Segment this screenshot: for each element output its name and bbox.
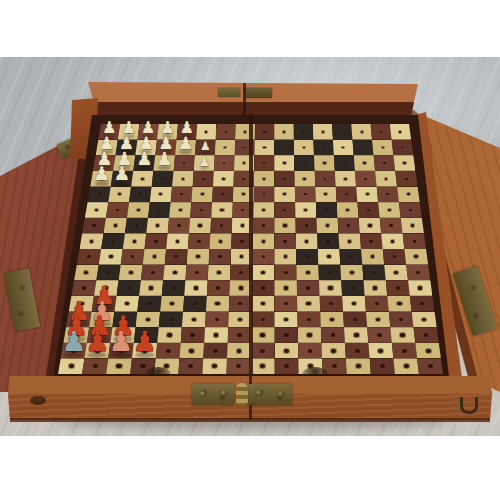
square-r2c13[interactable] — [333, 140, 354, 156]
square-r5c15[interactable] — [377, 187, 399, 203]
board-fold-seam — [249, 114, 253, 386]
square-r9c3[interactable] — [121, 249, 145, 265]
square-r11c12[interactable] — [319, 280, 342, 296]
square-r9c11[interactable] — [296, 249, 318, 265]
square-r1c14[interactable] — [351, 124, 372, 140]
peg-hole — [263, 147, 265, 149]
square-r5c6[interactable] — [191, 187, 213, 203]
square-r8c2[interactable] — [101, 233, 125, 249]
peg-hole — [261, 286, 265, 289]
square-r13c6[interactable] — [182, 312, 206, 328]
square-r8c16[interactable] — [403, 233, 426, 249]
white-peg-r4c1[interactable]: ♟ — [92, 165, 111, 184]
square-r16c1[interactable] — [58, 358, 84, 374]
peg-hole — [378, 349, 383, 353]
square-r11c16[interactable] — [408, 280, 432, 296]
square-r14c9[interactable] — [251, 327, 274, 343]
peg-hole — [196, 255, 200, 258]
peg-hole — [193, 302, 197, 305]
square-r14c16[interactable] — [413, 327, 438, 343]
peg-hole — [341, 131, 343, 133]
square-r8c15[interactable] — [381, 233, 404, 249]
square-r7c12[interactable] — [316, 218, 338, 234]
peg-hole — [260, 349, 265, 353]
brass-hinge-front-left-plate-icon — [192, 384, 234, 405]
brass-hinge-knuckle-icon — [236, 383, 248, 406]
peg-hole — [405, 178, 408, 180]
square-r1c16[interactable] — [390, 124, 411, 140]
square-r16c13[interactable] — [346, 358, 371, 374]
square-r6c9[interactable] — [253, 202, 274, 218]
square-r2c10[interactable] — [274, 140, 294, 156]
square-r8c10[interactable] — [274, 233, 296, 249]
square-r9c1[interactable] — [77, 249, 101, 265]
square-r9c6[interactable] — [187, 249, 210, 265]
square-r3c12[interactable] — [314, 155, 335, 171]
peg-hole — [225, 131, 227, 133]
square-r15c14[interactable] — [368, 343, 393, 359]
peg-hole — [380, 131, 382, 133]
peg-hole — [388, 209, 391, 211]
square-r12c13[interactable] — [342, 296, 366, 312]
square-r7c4[interactable] — [146, 218, 169, 234]
peg-hole — [220, 224, 223, 227]
square-r6c13[interactable] — [337, 202, 359, 218]
square-r4c6[interactable] — [193, 171, 214, 187]
square-r3c15[interactable] — [374, 155, 396, 171]
peg-hole — [283, 240, 287, 243]
square-r3c16[interactable] — [393, 155, 415, 171]
square-r6c6[interactable] — [190, 202, 212, 218]
white-small-peg-r2c6[interactable]: ♟ — [199, 141, 211, 153]
square-r11c6[interactable] — [184, 280, 207, 296]
square-r9c14[interactable] — [361, 249, 384, 265]
square-r7c11[interactable] — [295, 218, 317, 234]
square-r14c6[interactable] — [181, 327, 205, 343]
square-r8c1[interactable] — [80, 233, 104, 249]
square-r11c10[interactable] — [274, 280, 297, 296]
square-r5c16[interactable] — [397, 187, 420, 203]
square-r7c14[interactable] — [359, 218, 382, 234]
peg-hole — [326, 240, 330, 243]
square-r9c5[interactable] — [165, 249, 188, 265]
square-r10c12[interactable] — [318, 265, 341, 281]
square-r16c7[interactable] — [202, 358, 227, 374]
peg-hole — [377, 333, 382, 337]
square-r15c10[interactable] — [275, 343, 299, 359]
peg-hole — [111, 240, 115, 243]
square-r16c14[interactable] — [370, 358, 395, 374]
square-r9c2[interactable] — [99, 249, 123, 265]
square-r10c1[interactable] — [74, 265, 99, 281]
square-r13c13[interactable] — [343, 312, 367, 328]
peg-hole — [139, 193, 142, 195]
square-r2c14[interactable] — [352, 140, 373, 156]
square-r10c2[interactable] — [96, 265, 120, 281]
square-r15c7[interactable] — [203, 343, 227, 359]
square-r13c15[interactable] — [389, 312, 414, 328]
white-peg-r3c3[interactable]: ♟ — [135, 150, 153, 168]
square-r4c10[interactable] — [274, 171, 294, 187]
square-r8c9[interactable] — [253, 233, 275, 249]
square-r4c5[interactable] — [172, 171, 194, 187]
peg-hole — [170, 302, 174, 305]
square-r11c3[interactable] — [117, 280, 141, 296]
peg-hole — [418, 286, 422, 289]
square-r8c13[interactable] — [338, 233, 361, 249]
square-r4c3[interactable] — [131, 171, 153, 187]
square-r7c1[interactable] — [82, 218, 106, 234]
square-r4c4[interactable] — [152, 171, 174, 187]
square-r6c2[interactable] — [106, 202, 129, 218]
square-r5c13[interactable] — [336, 187, 358, 203]
peg-hole — [284, 302, 288, 305]
square-r10c6[interactable] — [185, 265, 208, 281]
square-r6c1[interactable] — [85, 202, 108, 218]
square-r6c16[interactable] — [399, 202, 422, 218]
peg-hole — [240, 255, 244, 258]
square-r1c10[interactable] — [274, 124, 294, 140]
peg-hole — [284, 255, 288, 258]
square-r11c9[interactable] — [252, 280, 275, 296]
square-r15c16[interactable] — [415, 343, 441, 359]
white-peg-r2c5[interactable]: ♟ — [177, 135, 194, 152]
square-r7c13[interactable] — [338, 218, 360, 234]
square-r7c10[interactable] — [274, 218, 295, 234]
square-r14c12[interactable] — [321, 327, 345, 343]
square-r4c9[interactable] — [254, 171, 274, 187]
peg-hole — [284, 364, 289, 368]
peg-hole — [141, 178, 144, 180]
square-r6c4[interactable] — [148, 202, 171, 218]
square-r9c10[interactable] — [274, 249, 296, 265]
square-r3c5[interactable] — [174, 155, 195, 171]
peg-hole — [371, 255, 375, 258]
square-r8c3[interactable] — [123, 233, 146, 249]
square-r10c3[interactable] — [119, 265, 143, 281]
square-r5c3[interactable] — [129, 187, 152, 203]
square-r6c5[interactable] — [169, 202, 191, 218]
peg-hole — [263, 162, 266, 164]
square-r4c16[interactable] — [395, 171, 417, 187]
square-r10c4[interactable] — [141, 265, 165, 281]
square-r8c6[interactable] — [188, 233, 211, 249]
square-r10c16[interactable] — [406, 265, 430, 281]
square-r4c11[interactable] — [294, 171, 315, 187]
peg-hole — [223, 162, 226, 164]
square-r1c9[interactable] — [255, 124, 275, 140]
square-r16c9[interactable] — [251, 358, 275, 374]
peg-hole — [216, 286, 220, 289]
square-r13c9[interactable] — [251, 312, 274, 328]
square-r13c11[interactable] — [297, 312, 320, 328]
peg-hole — [167, 333, 172, 337]
peg-hole — [159, 193, 162, 195]
square-r15c5[interactable] — [156, 343, 181, 359]
square-r8c5[interactable] — [166, 233, 189, 249]
peg-hole — [402, 349, 407, 353]
square-r8c12[interactable] — [317, 233, 339, 249]
square-r8c11[interactable] — [296, 233, 318, 249]
square-r15c6[interactable] — [179, 343, 204, 359]
square-r5c1[interactable] — [88, 187, 111, 203]
square-r14c15[interactable] — [390, 327, 415, 343]
square-r9c13[interactable] — [339, 249, 362, 265]
square-r8c14[interactable] — [360, 233, 383, 249]
square-r12c16[interactable] — [410, 296, 435, 312]
square-r6c3[interactable] — [127, 202, 150, 218]
square-r7c2[interactable] — [104, 218, 127, 234]
square-r15c15[interactable] — [392, 343, 417, 359]
square-r6c15[interactable] — [378, 202, 401, 218]
square-r4c13[interactable] — [335, 171, 356, 187]
square-r3c10[interactable] — [274, 155, 294, 171]
square-r16c6[interactable] — [178, 358, 203, 374]
square-r1c7[interactable] — [216, 124, 236, 140]
peg-hole — [82, 286, 86, 289]
peg-hole — [69, 364, 74, 368]
peg-hole — [158, 209, 161, 211]
square-r10c14[interactable] — [362, 265, 385, 281]
square-r9c7[interactable] — [209, 249, 232, 265]
square-r10c11[interactable] — [296, 265, 319, 281]
peg-hole — [353, 318, 358, 322]
red-peg-r15c4[interactable]: ♟ — [131, 328, 159, 356]
square-r5c4[interactable] — [150, 187, 172, 203]
square-r5c12[interactable] — [315, 187, 336, 203]
square-r2c16[interactable] — [392, 140, 414, 156]
square-r6c12[interactable] — [316, 202, 338, 218]
square-r12c14[interactable] — [365, 296, 389, 312]
square-r8c7[interactable] — [209, 233, 231, 249]
square-r3c11[interactable] — [294, 155, 314, 171]
square-r16c16[interactable] — [417, 358, 443, 374]
square-r15c8[interactable] — [227, 343, 251, 359]
square-r16c8[interactable] — [226, 358, 250, 374]
peg-hole — [426, 349, 431, 353]
peg-hole — [153, 255, 157, 258]
square-r7c6[interactable] — [189, 218, 211, 234]
square-r9c12[interactable] — [318, 249, 341, 265]
square-r14c8[interactable] — [228, 327, 252, 343]
square-r12c15[interactable] — [387, 296, 411, 312]
square-r11c11[interactable] — [297, 280, 320, 296]
square-r15c13[interactable] — [345, 343, 370, 359]
square-r10c13[interactable] — [340, 265, 363, 281]
square-r1c15[interactable] — [371, 124, 392, 140]
square-r11c5[interactable] — [162, 280, 186, 296]
square-r13c5[interactable] — [159, 312, 183, 328]
peg-hole — [151, 271, 155, 274]
square-r14c5[interactable] — [157, 327, 182, 343]
square-r9c9[interactable] — [252, 249, 274, 265]
peg-hole — [149, 286, 153, 289]
square-r2c9[interactable] — [254, 140, 274, 156]
square-r4c7[interactable] — [213, 171, 234, 187]
peg-hole — [224, 147, 226, 149]
square-r1c13[interactable] — [332, 124, 352, 140]
peg-hole — [95, 209, 98, 211]
peg-hole — [305, 240, 309, 243]
square-r10c10[interactable] — [274, 265, 296, 281]
peg-hole — [391, 240, 395, 243]
white-peg-r3c4[interactable]: ♟ — [155, 150, 173, 168]
square-r13c10[interactable] — [274, 312, 297, 328]
square-r15c11[interactable] — [298, 343, 322, 359]
square-r5c14[interactable] — [356, 187, 378, 203]
square-r2c11[interactable] — [294, 140, 314, 156]
square-r14c7[interactable] — [204, 327, 228, 343]
square-r11c15[interactable] — [386, 280, 410, 296]
square-r10c5[interactable] — [163, 265, 186, 281]
square-r12c6[interactable] — [183, 296, 207, 312]
square-r14c10[interactable] — [275, 327, 298, 343]
square-r15c12[interactable] — [321, 343, 345, 359]
square-r14c11[interactable] — [298, 327, 322, 343]
peg-hole — [401, 147, 403, 149]
square-r16c3[interactable] — [106, 358, 132, 374]
square-r6c14[interactable] — [357, 202, 379, 218]
square-r10c15[interactable] — [384, 265, 408, 281]
peg-hole — [182, 178, 185, 180]
peg-hole — [394, 271, 398, 274]
peg-hole — [322, 147, 324, 149]
square-r7c5[interactable] — [168, 218, 191, 234]
peg-hole — [349, 255, 353, 258]
peg-hole — [345, 193, 348, 195]
peg-hole — [212, 364, 217, 368]
square-r9c16[interactable] — [404, 249, 428, 265]
peg-hole — [177, 224, 180, 227]
peg-hole — [352, 302, 356, 305]
square-r10c7[interactable] — [208, 265, 231, 281]
square-r12c5[interactable] — [160, 296, 184, 312]
square-r16c10[interactable] — [275, 358, 299, 374]
square-r12c11[interactable] — [297, 296, 320, 312]
square-r13c12[interactable] — [320, 312, 344, 328]
square-r12c4[interactable] — [137, 296, 161, 312]
square-r13c16[interactable] — [412, 312, 437, 328]
square-r5c11[interactable] — [295, 187, 316, 203]
square-r14c13[interactable] — [344, 327, 368, 343]
white-small-peg-r3c6[interactable]: ♟ — [198, 156, 210, 168]
square-r4c15[interactable] — [375, 171, 397, 187]
square-r16c15[interactable] — [393, 358, 419, 374]
square-r12c10[interactable] — [274, 296, 297, 312]
peg-hole — [93, 364, 98, 368]
square-r12c12[interactable] — [320, 296, 343, 312]
square-r6c7[interactable] — [211, 202, 233, 218]
peg-hole — [116, 364, 121, 368]
square-r12c7[interactable] — [206, 296, 229, 312]
square-r11c7[interactable] — [207, 280, 230, 296]
peg-hole — [393, 255, 397, 258]
peg-hole — [166, 349, 171, 353]
peg-hole — [323, 162, 326, 164]
peg-hole — [424, 333, 429, 337]
square-r3c9[interactable] — [254, 155, 274, 171]
square-r5c9[interactable] — [254, 187, 275, 203]
square-r5c5[interactable] — [171, 187, 193, 203]
square-r7c7[interactable] — [210, 218, 232, 234]
square-r14c14[interactable] — [367, 327, 392, 343]
peg-hole — [306, 286, 310, 289]
square-r15c9[interactable] — [251, 343, 275, 359]
square-r1c12[interactable] — [313, 124, 333, 140]
square-r6c11[interactable] — [295, 202, 316, 218]
peg-hole — [348, 240, 352, 243]
square-r1c6[interactable] — [196, 124, 216, 140]
peg-hole — [194, 286, 198, 289]
square-r11c14[interactable] — [363, 280, 387, 296]
square-r8c4[interactable] — [144, 233, 167, 249]
peg-hole — [362, 147, 364, 149]
square-r1c11[interactable] — [294, 124, 314, 140]
square-r7c9[interactable] — [253, 218, 274, 234]
peg-hole — [154, 240, 158, 243]
peg-hole — [404, 364, 409, 368]
square-r12c9[interactable] — [252, 296, 275, 312]
square-r13c14[interactable] — [366, 312, 390, 328]
square-r4c12[interactable] — [315, 171, 336, 187]
peg-hole — [373, 286, 377, 289]
rail-end-hole-icon — [30, 396, 46, 405]
peg-hole — [133, 240, 137, 243]
peg-hole — [174, 255, 178, 258]
peg-hole — [397, 302, 401, 305]
square-r3c7[interactable] — [214, 155, 235, 171]
peg-hole — [84, 271, 88, 274]
square-r2c12[interactable] — [313, 140, 333, 156]
square-r7c16[interactable] — [401, 218, 424, 234]
square-r2c15[interactable] — [372, 140, 393, 156]
peg-hole — [363, 162, 366, 164]
square-r10c9[interactable] — [252, 265, 274, 281]
hinge-screw-3-icon — [256, 390, 262, 396]
square-r5c2[interactable] — [108, 187, 131, 203]
square-r13c7[interactable] — [205, 312, 229, 328]
square-r11c4[interactable] — [139, 280, 163, 296]
square-r9c4[interactable] — [143, 249, 166, 265]
square-r16c2[interactable] — [82, 358, 108, 374]
peg-hole — [188, 364, 193, 368]
peg-hole — [214, 333, 219, 337]
square-r7c15[interactable] — [380, 218, 403, 234]
peg-hole — [179, 209, 182, 211]
peg-hole — [261, 302, 265, 305]
square-r6c10[interactable] — [274, 202, 295, 218]
square-r9c15[interactable] — [383, 249, 406, 265]
hinge-screw-4-icon — [278, 391, 284, 397]
peg-hole — [261, 271, 265, 274]
peg-hole — [195, 271, 199, 274]
peg-hole — [222, 178, 225, 180]
white-peg-r4c2[interactable]: ♟ — [113, 165, 132, 184]
square-r7c3[interactable] — [125, 218, 148, 234]
peg-hole — [221, 193, 224, 195]
square-r3c13[interactable] — [334, 155, 355, 171]
peg-hole — [346, 209, 349, 211]
square-r3c14[interactable] — [354, 155, 375, 171]
square-r11c13[interactable] — [341, 280, 364, 296]
square-r2c7[interactable] — [215, 140, 235, 156]
peg-hole — [306, 302, 310, 305]
square-r5c7[interactable] — [212, 187, 233, 203]
peg-hole — [305, 255, 309, 258]
peg-hole — [324, 193, 327, 195]
square-r5c10[interactable] — [274, 187, 295, 203]
square-r4c14[interactable] — [355, 171, 377, 187]
